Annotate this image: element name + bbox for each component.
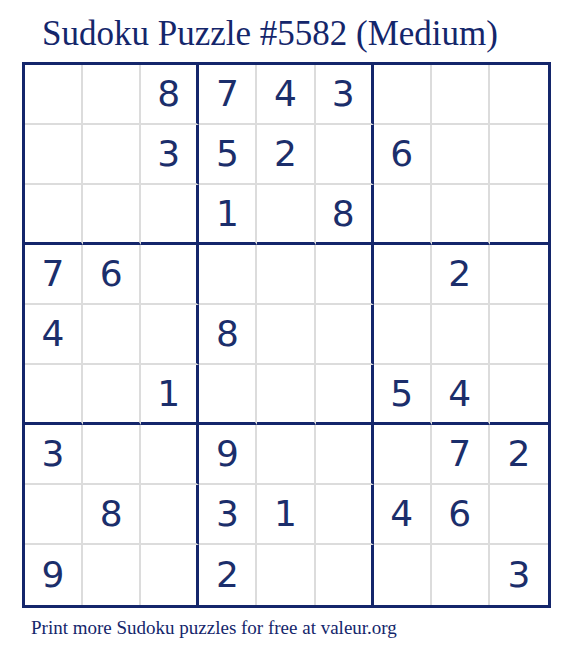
cell-r8c3[interactable] — [141, 485, 199, 545]
cell-r8c1[interactable] — [25, 485, 83, 545]
cell-r7c1[interactable]: 3 — [25, 425, 83, 485]
cell-r4c9[interactable] — [490, 245, 548, 305]
cell-r2c4[interactable]: 5 — [199, 125, 257, 185]
cell-r1c9[interactable] — [490, 65, 548, 125]
cell-r8c9[interactable] — [490, 485, 548, 545]
cell-r5c9[interactable] — [490, 305, 548, 365]
cell-r7c2[interactable] — [83, 425, 141, 485]
cell-r7c4[interactable]: 9 — [199, 425, 257, 485]
cell-r5c7[interactable] — [374, 305, 432, 365]
cell-r6c3[interactable]: 1 — [141, 365, 199, 425]
cell-r6c4[interactable] — [199, 365, 257, 425]
cell-r2c1[interactable] — [25, 125, 83, 185]
cell-r9c2[interactable] — [83, 545, 141, 605]
cell-r2c6[interactable] — [316, 125, 374, 185]
cell-r9c5[interactable] — [257, 545, 315, 605]
cell-r3c9[interactable] — [490, 185, 548, 245]
cell-r6c1[interactable] — [25, 365, 83, 425]
cell-r9c4[interactable]: 2 — [199, 545, 257, 605]
cell-r1c7[interactable] — [374, 65, 432, 125]
cell-r8c5[interactable]: 1 — [257, 485, 315, 545]
cell-r2c3[interactable]: 3 — [141, 125, 199, 185]
cell-r3c3[interactable] — [141, 185, 199, 245]
cell-r9c7[interactable] — [374, 545, 432, 605]
cell-r2c7[interactable]: 6 — [374, 125, 432, 185]
cell-r9c6[interactable] — [316, 545, 374, 605]
cell-r5c3[interactable] — [141, 305, 199, 365]
cell-r3c1[interactable] — [25, 185, 83, 245]
cell-r9c9[interactable]: 3 — [490, 545, 548, 605]
cell-r7c6[interactable] — [316, 425, 374, 485]
cell-r6c2[interactable] — [83, 365, 141, 425]
cell-r1c8[interactable] — [432, 65, 490, 125]
cell-r3c8[interactable] — [432, 185, 490, 245]
cell-r4c8[interactable]: 2 — [432, 245, 490, 305]
cell-r7c9[interactable]: 2 — [490, 425, 548, 485]
cell-r5c6[interactable] — [316, 305, 374, 365]
page: Sudoku Puzzle #5582 (Medium) 87433526187… — [0, 0, 574, 651]
cell-r1c2[interactable] — [83, 65, 141, 125]
cell-r3c6[interactable]: 8 — [316, 185, 374, 245]
cell-r5c2[interactable] — [83, 305, 141, 365]
cell-r4c1[interactable]: 7 — [25, 245, 83, 305]
cell-r7c5[interactable] — [257, 425, 315, 485]
cell-r1c4[interactable]: 7 — [199, 65, 257, 125]
cell-r3c7[interactable] — [374, 185, 432, 245]
cell-r4c5[interactable] — [257, 245, 315, 305]
cell-r5c4[interactable]: 8 — [199, 305, 257, 365]
cell-r8c8[interactable]: 6 — [432, 485, 490, 545]
page-title: Sudoku Puzzle #5582 (Medium) — [42, 14, 498, 54]
cell-r9c3[interactable] — [141, 545, 199, 605]
cell-r7c3[interactable] — [141, 425, 199, 485]
footer-text: Print more Sudoku puzzles for free at va… — [31, 617, 397, 639]
cell-r1c3[interactable]: 8 — [141, 65, 199, 125]
cell-r5c8[interactable] — [432, 305, 490, 365]
cell-r8c7[interactable]: 4 — [374, 485, 432, 545]
cell-r8c4[interactable]: 3 — [199, 485, 257, 545]
cell-r9c8[interactable] — [432, 545, 490, 605]
cell-r4c3[interactable] — [141, 245, 199, 305]
cell-r7c8[interactable]: 7 — [432, 425, 490, 485]
cell-r4c4[interactable] — [199, 245, 257, 305]
cell-r1c1[interactable] — [25, 65, 83, 125]
cell-r2c8[interactable] — [432, 125, 490, 185]
sudoku-grid: 874335261876248154397283146923 — [22, 62, 551, 608]
cell-r2c5[interactable]: 2 — [257, 125, 315, 185]
cell-r4c2[interactable]: 6 — [83, 245, 141, 305]
cell-r4c7[interactable] — [374, 245, 432, 305]
cell-r8c2[interactable]: 8 — [83, 485, 141, 545]
cell-r5c5[interactable] — [257, 305, 315, 365]
cell-r6c6[interactable] — [316, 365, 374, 425]
cell-r3c2[interactable] — [83, 185, 141, 245]
cell-r3c5[interactable] — [257, 185, 315, 245]
cell-r5c1[interactable]: 4 — [25, 305, 83, 365]
cell-r6c9[interactable] — [490, 365, 548, 425]
cell-r6c5[interactable] — [257, 365, 315, 425]
cell-r8c6[interactable] — [316, 485, 374, 545]
cell-r9c1[interactable]: 9 — [25, 545, 83, 605]
cell-r3c4[interactable]: 1 — [199, 185, 257, 245]
cell-r1c6[interactable]: 3 — [316, 65, 374, 125]
cell-r7c7[interactable] — [374, 425, 432, 485]
cell-r6c8[interactable]: 4 — [432, 365, 490, 425]
cell-r1c5[interactable]: 4 — [257, 65, 315, 125]
cell-r6c7[interactable]: 5 — [374, 365, 432, 425]
cell-r2c9[interactable] — [490, 125, 548, 185]
cell-r2c2[interactable] — [83, 125, 141, 185]
cell-r4c6[interactable] — [316, 245, 374, 305]
